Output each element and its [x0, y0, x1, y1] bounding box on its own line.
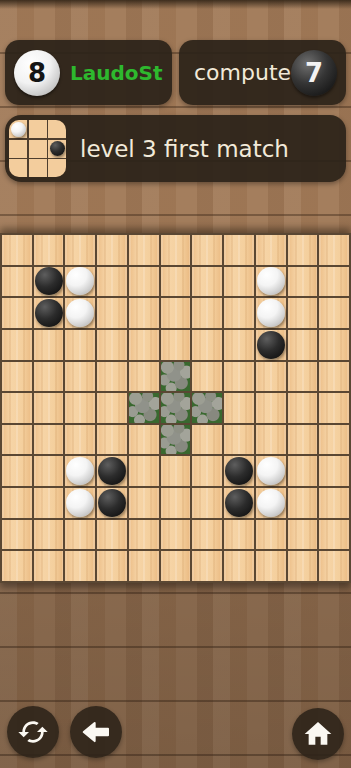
board-cell[interactable] — [129, 330, 159, 360]
board-cell[interactable] — [288, 330, 318, 360]
board-cell[interactable] — [2, 330, 32, 360]
board-cell[interactable] — [97, 456, 127, 486]
board-cell[interactable] — [2, 425, 32, 455]
board-cell[interactable] — [34, 235, 64, 265]
board-cell[interactable] — [2, 488, 32, 518]
board-cell[interactable] — [2, 393, 32, 423]
board-cell[interactable] — [224, 488, 254, 518]
board-cell[interactable] — [65, 551, 95, 581]
board-cell[interactable] — [192, 267, 222, 297]
home-icon — [302, 718, 334, 750]
player-panel-left: 8 LaudoStudio — [5, 40, 172, 105]
board-cell[interactable] — [224, 362, 254, 392]
board-cell[interactable] — [129, 551, 159, 581]
board-cell[interactable] — [161, 488, 191, 518]
white-score-ball: 8 — [14, 50, 60, 96]
player-name-right: computer — [194, 60, 291, 85]
board-cell[interactable] — [224, 267, 254, 297]
board-cell[interactable] — [2, 520, 32, 550]
board-cell[interactable] — [288, 456, 318, 486]
board-cell[interactable] — [65, 488, 95, 518]
board-cell[interactable] — [2, 551, 32, 581]
board-cell[interactable] — [97, 393, 127, 423]
board-cell[interactable] — [2, 362, 32, 392]
blocked-stone-cell — [192, 393, 222, 423]
board-cell[interactable] — [129, 362, 159, 392]
board-cell[interactable] — [192, 298, 222, 328]
board-cell[interactable] — [97, 551, 127, 581]
board-cell[interactable] — [256, 425, 286, 455]
board-cell[interactable] — [319, 551, 349, 581]
board-cell — [48, 120, 66, 138]
board-cell[interactable] — [192, 362, 222, 392]
board-cell[interactable] — [97, 267, 127, 297]
board-cell[interactable] — [97, 425, 127, 455]
board-cell[interactable] — [65, 298, 95, 328]
board-cell[interactable] — [97, 520, 127, 550]
score-header: 8 LaudoStudio computer 7 — [5, 40, 346, 105]
back-button[interactable] — [70, 706, 122, 758]
board-cell[interactable] — [161, 298, 191, 328]
board-cell[interactable] — [224, 551, 254, 581]
board-cell[interactable] — [319, 330, 349, 360]
black-score-ball: 7 — [291, 50, 337, 96]
board-cell[interactable] — [2, 267, 32, 297]
white-disc — [66, 299, 94, 327]
white-disc — [257, 457, 285, 485]
board-cell[interactable] — [129, 235, 159, 265]
board-cell[interactable] — [256, 488, 286, 518]
blocked-stone-cell — [161, 425, 191, 455]
board-cell[interactable] — [192, 425, 222, 455]
white-score: 8 — [28, 58, 46, 88]
board-cell[interactable] — [34, 456, 64, 486]
blocked-stone-cell — [161, 362, 191, 392]
board-cell[interactable] — [97, 362, 127, 392]
board-cell[interactable] — [97, 488, 127, 518]
board-cell[interactable] — [34, 298, 64, 328]
board-cell[interactable] — [256, 456, 286, 486]
board-cell[interactable] — [129, 425, 159, 455]
board-cell[interactable] — [224, 330, 254, 360]
board-cell[interactable] — [319, 425, 349, 455]
board-cell[interactable] — [65, 267, 95, 297]
board-cell[interactable] — [224, 393, 254, 423]
board-cell[interactable] — [161, 235, 191, 265]
board-cell[interactable] — [192, 456, 222, 486]
board-cell — [29, 120, 47, 138]
board-cell[interactable] — [65, 235, 95, 265]
board-cell[interactable] — [288, 520, 318, 550]
black-disc — [98, 489, 126, 517]
board-cell[interactable] — [256, 393, 286, 423]
blocked-stone-cell — [161, 393, 191, 423]
board-cell — [48, 140, 66, 158]
black-disc — [98, 457, 126, 485]
board-cell[interactable] — [288, 267, 318, 297]
board-cell[interactable] — [256, 298, 286, 328]
board-cell[interactable] — [129, 456, 159, 486]
board-cell[interactable] — [256, 362, 286, 392]
board-cell[interactable] — [161, 330, 191, 360]
player-panel-right: computer 7 — [179, 40, 346, 105]
black-disc — [225, 457, 253, 485]
board-cell[interactable] — [224, 456, 254, 486]
board-cell — [9, 120, 27, 138]
board-cell[interactable] — [192, 330, 222, 360]
board-cell[interactable] — [34, 551, 64, 581]
board-cell[interactable] — [256, 551, 286, 581]
black-disc — [35, 299, 63, 327]
board-cell[interactable] — [129, 267, 159, 297]
board-cell[interactable] — [34, 393, 64, 423]
white-disc — [66, 457, 94, 485]
blocked-stone-cell — [9, 159, 27, 177]
board-cell[interactable] — [97, 298, 127, 328]
board-cell[interactable] — [34, 425, 64, 455]
board-cell[interactable] — [34, 362, 64, 392]
board-cell[interactable] — [288, 551, 318, 581]
level-banner: level 3 first match — [5, 115, 346, 182]
board-cell[interactable] — [256, 267, 286, 297]
black-disc — [257, 331, 285, 359]
restart-icon — [17, 716, 49, 748]
board-cell — [48, 159, 66, 177]
board-cell[interactable] — [65, 330, 95, 360]
white-disc — [257, 489, 285, 517]
board-cell[interactable] — [2, 235, 32, 265]
board-cell[interactable] — [34, 330, 64, 360]
board-cell[interactable] — [192, 488, 222, 518]
level-label: level 3 first match — [80, 136, 289, 162]
board-cell[interactable] — [129, 298, 159, 328]
board-cell[interactable] — [288, 298, 318, 328]
board-cell[interactable] — [2, 456, 32, 486]
board-cell[interactable] — [192, 551, 222, 581]
mini-board-icon — [9, 120, 66, 177]
board-cell[interactable] — [65, 425, 95, 455]
board-cell[interactable] — [319, 488, 349, 518]
board-cell[interactable] — [256, 520, 286, 550]
board-cell[interactable] — [224, 520, 254, 550]
board-cell[interactable] — [192, 235, 222, 265]
white-disc — [257, 267, 285, 295]
restart-button[interactable] — [7, 706, 59, 758]
board-cell[interactable] — [319, 520, 349, 550]
board-cell[interactable] — [129, 488, 159, 518]
player-name-left: LaudoStudio — [70, 61, 163, 85]
black-score: 7 — [305, 58, 323, 88]
black-disc — [35, 267, 63, 295]
board-cell[interactable] — [97, 330, 127, 360]
board-cell[interactable] — [192, 520, 222, 550]
board-cell[interactable] — [288, 235, 318, 265]
board-cell[interactable] — [319, 393, 349, 423]
board-cell[interactable] — [65, 362, 95, 392]
board-cell[interactable] — [224, 235, 254, 265]
board-cell[interactable] — [256, 330, 286, 360]
white-disc — [11, 122, 26, 137]
board-cell[interactable] — [34, 520, 64, 550]
board-cell[interactable] — [319, 362, 349, 392]
board-cell[interactable] — [319, 298, 349, 328]
black-disc — [50, 141, 65, 156]
board-cell[interactable] — [256, 235, 286, 265]
board-cell[interactable] — [65, 393, 95, 423]
board-cell[interactable] — [2, 298, 32, 328]
white-disc — [66, 267, 94, 295]
board-cell[interactable] — [224, 298, 254, 328]
white-disc — [257, 299, 285, 327]
home-button[interactable] — [292, 708, 344, 760]
blocked-stone-cell — [129, 393, 159, 423]
game-board[interactable] — [0, 233, 351, 583]
board-cell[interactable] — [65, 520, 95, 550]
board-cell[interactable] — [224, 425, 254, 455]
board-cell[interactable] — [288, 362, 318, 392]
board-cell[interactable] — [161, 520, 191, 550]
board-cell[interactable] — [319, 267, 349, 297]
board-cell[interactable] — [288, 393, 318, 423]
board-cell[interactable] — [129, 520, 159, 550]
board-cell[interactable] — [65, 456, 95, 486]
black-disc — [225, 489, 253, 517]
back-arrow-icon — [80, 716, 112, 748]
board-cell — [29, 140, 47, 158]
board-cell[interactable] — [97, 235, 127, 265]
board-cell — [29, 159, 47, 177]
board-cell[interactable] — [161, 551, 191, 581]
board-cell[interactable] — [319, 235, 349, 265]
board-cell[interactable] — [34, 488, 64, 518]
board-cell[interactable] — [288, 425, 318, 455]
white-disc — [66, 489, 94, 517]
board-cell[interactable] — [319, 456, 349, 486]
board-cell — [9, 140, 27, 158]
board-cell[interactable] — [34, 267, 64, 297]
board-cell[interactable] — [288, 488, 318, 518]
board-cell[interactable] — [161, 456, 191, 486]
board-cell[interactable] — [161, 267, 191, 297]
